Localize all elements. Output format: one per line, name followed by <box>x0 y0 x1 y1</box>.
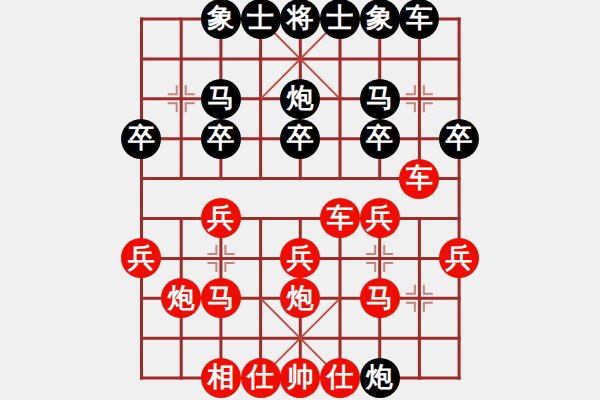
board-point-c6-r4[interactable] <box>360 159 400 199</box>
board-point-c3-r0[interactable]: 士 <box>241 0 281 39</box>
board-point-c4-r0[interactable]: 将 <box>280 0 320 39</box>
board-point-c7-r6[interactable] <box>399 238 439 278</box>
board-point-c7-r0[interactable]: 车 <box>399 0 439 39</box>
board-point-c2-r6[interactable] <box>201 238 241 278</box>
red-horse[interactable]: 马 <box>201 278 241 318</box>
board-point-c6-r0[interactable]: 象 <box>360 0 400 39</box>
board-point-c2-r0[interactable]: 象 <box>201 0 241 39</box>
board-point-c1-r3[interactable] <box>161 119 201 159</box>
board-point-c5-r5[interactable]: 车 <box>320 198 360 238</box>
board-point-c4-r3[interactable]: 卒 <box>280 119 320 159</box>
board-point-c8-r9[interactable] <box>439 358 479 398</box>
board-point-c1-r8[interactable] <box>161 318 201 358</box>
black-horse[interactable]: 马 <box>201 79 241 119</box>
board-point-c5-r3[interactable] <box>320 119 360 159</box>
board-point-c0-r7[interactable] <box>122 278 162 318</box>
board-point-c7-r2[interactable] <box>399 79 439 119</box>
red-chariot[interactable]: 车 <box>320 198 360 238</box>
board-point-c7-r1[interactable] <box>399 39 439 79</box>
red-horse[interactable]: 马 <box>360 278 400 318</box>
black-advisor[interactable]: 士 <box>320 0 360 39</box>
board-point-c3-r6[interactable] <box>241 238 281 278</box>
board-point-c4-r2[interactable]: 炮 <box>280 79 320 119</box>
board-point-c0-r9[interactable] <box>122 358 162 398</box>
black-soldier[interactable]: 卒 <box>280 119 320 159</box>
board-point-c5-r8[interactable] <box>320 318 360 358</box>
board-point-c2-r4[interactable] <box>201 159 241 199</box>
board-point-c2-r2[interactable]: 马 <box>201 79 241 119</box>
black-soldier[interactable]: 卒 <box>121 119 161 159</box>
black-general[interactable]: 将 <box>280 0 320 39</box>
red-soldier[interactable]: 兵 <box>439 238 479 278</box>
board-point-c2-r7[interactable]: 马 <box>201 278 241 318</box>
board-point-c6-r8[interactable] <box>360 318 400 358</box>
board-point-c5-r1[interactable] <box>320 39 360 79</box>
board-point-c0-r1[interactable] <box>122 39 162 79</box>
red-soldier[interactable]: 兵 <box>280 238 320 278</box>
board-point-c3-r9[interactable]: 仕 <box>241 358 281 398</box>
board-point-c4-r5[interactable] <box>280 198 320 238</box>
board-point-c7-r7[interactable] <box>399 278 439 318</box>
board-point-c6-r1[interactable] <box>360 39 400 79</box>
board-point-c1-r7[interactable]: 炮 <box>161 278 201 318</box>
board-point-c5-r2[interactable] <box>320 79 360 119</box>
board-point-c3-r5[interactable] <box>241 198 281 238</box>
black-chariot[interactable]: 车 <box>399 0 439 39</box>
board-point-c4-r4[interactable] <box>280 159 320 199</box>
red-cannon[interactable]: 炮 <box>161 278 201 318</box>
board-point-c2-r1[interactable] <box>201 39 241 79</box>
board-point-c1-r5[interactable] <box>161 198 201 238</box>
black-cannon[interactable]: 炮 <box>360 358 400 398</box>
black-soldier[interactable]: 卒 <box>439 119 479 159</box>
xiangqi-app-canvas: 象士将士象车马炮马卒卒卒卒卒车兵车兵兵兵兵炮马炮马相仕帅仕炮 <box>0 0 600 400</box>
board-point-c8-r3[interactable]: 卒 <box>439 119 479 159</box>
board-point-c8-r1[interactable] <box>439 39 479 79</box>
board-point-c1-r1[interactable] <box>161 39 201 79</box>
black-elephant[interactable]: 象 <box>360 0 400 39</box>
board-point-c5-r9[interactable]: 仕 <box>320 358 360 398</box>
red-soldier[interactable]: 兵 <box>121 238 161 278</box>
board-point-c4-r9[interactable]: 帅 <box>280 358 320 398</box>
board-point-c8-r4[interactable] <box>439 159 479 199</box>
board-point-c2-r8[interactable] <box>201 318 241 358</box>
red-elephant[interactable]: 相 <box>201 358 241 398</box>
board-point-c3-r3[interactable] <box>241 119 281 159</box>
board-point-c1-r6[interactable] <box>161 238 201 278</box>
red-chariot[interactable]: 车 <box>399 159 439 199</box>
board-point-c7-r3[interactable] <box>399 119 439 159</box>
board-point-c7-r8[interactable] <box>399 318 439 358</box>
black-advisor[interactable]: 士 <box>241 0 281 39</box>
red-soldier[interactable]: 兵 <box>201 198 241 238</box>
board-point-c1-r0[interactable] <box>161 0 201 39</box>
board-point-c7-r9[interactable] <box>399 358 439 398</box>
board-point-c0-r8[interactable] <box>122 318 162 358</box>
board-point-c4-r6[interactable]: 兵 <box>280 238 320 278</box>
board-point-c7-r4[interactable]: 车 <box>399 159 439 199</box>
board-point-c8-r7[interactable] <box>439 278 479 318</box>
red-general[interactable]: 帅 <box>280 358 320 398</box>
board-point-c0-r0[interactable] <box>122 0 162 39</box>
board-point-c6-r3[interactable]: 卒 <box>360 119 400 159</box>
board-point-c1-r4[interactable] <box>161 159 201 199</box>
board-point-c0-r6[interactable]: 兵 <box>122 238 162 278</box>
xiangqi-board: 象士将士象车马炮马卒卒卒卒卒车兵车兵兵兵兵炮马炮马相仕帅仕炮 <box>122 0 479 398</box>
red-advisor[interactable]: 仕 <box>320 358 360 398</box>
board-point-c5-r0[interactable]: 士 <box>320 0 360 39</box>
red-cannon[interactable]: 炮 <box>280 278 320 318</box>
board-point-c2-r3[interactable]: 卒 <box>201 119 241 159</box>
board-point-c8-r5[interactable] <box>439 198 479 238</box>
board-point-c3-r8[interactable] <box>241 318 281 358</box>
board-point-c6-r9[interactable]: 炮 <box>360 358 400 398</box>
board-point-c4-r1[interactable] <box>280 39 320 79</box>
board-point-c0-r3[interactable]: 卒 <box>122 119 162 159</box>
board-point-c0-r2[interactable] <box>122 79 162 119</box>
black-elephant[interactable]: 象 <box>201 0 241 39</box>
board-point-c5-r4[interactable] <box>320 159 360 199</box>
board-point-c6-r2[interactable]: 马 <box>360 79 400 119</box>
board-point-c2-r9[interactable]: 相 <box>201 358 241 398</box>
red-soldier[interactable]: 兵 <box>360 198 400 238</box>
board-point-c3-r7[interactable] <box>241 278 281 318</box>
board-point-c1-r2[interactable] <box>161 79 201 119</box>
board-point-c3-r2[interactable] <box>241 79 281 119</box>
board-point-c2-r5[interactable]: 兵 <box>201 198 241 238</box>
black-soldier[interactable]: 卒 <box>360 119 400 159</box>
black-horse[interactable]: 马 <box>360 79 400 119</box>
board-point-c0-r4[interactable] <box>122 159 162 199</box>
black-soldier[interactable]: 卒 <box>201 119 241 159</box>
board-point-c5-r6[interactable] <box>320 238 360 278</box>
board-point-c6-r6[interactable] <box>360 238 400 278</box>
board-point-c1-r9[interactable] <box>161 358 201 398</box>
board-point-c7-r5[interactable] <box>399 198 439 238</box>
board-point-c3-r4[interactable] <box>241 159 281 199</box>
board-point-c4-r8[interactable] <box>280 318 320 358</box>
board-point-c4-r7[interactable]: 炮 <box>280 278 320 318</box>
board-point-c6-r7[interactable]: 马 <box>360 278 400 318</box>
board-point-c8-r2[interactable] <box>439 79 479 119</box>
board-point-c0-r5[interactable] <box>122 198 162 238</box>
black-cannon[interactable]: 炮 <box>280 79 320 119</box>
board-point-c8-r6[interactable]: 兵 <box>439 238 479 278</box>
board-point-c6-r5[interactable]: 兵 <box>360 198 400 238</box>
board-point-c8-r0[interactable] <box>439 0 479 39</box>
red-advisor[interactable]: 仕 <box>241 358 281 398</box>
board-point-c3-r1[interactable] <box>241 39 281 79</box>
board-point-c8-r8[interactable] <box>439 318 479 358</box>
board-point-c5-r7[interactable] <box>320 278 360 318</box>
